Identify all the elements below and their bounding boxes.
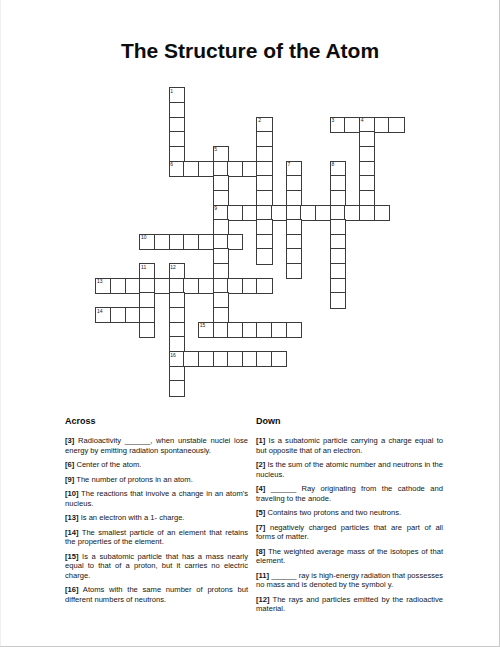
clue-number: 13 [97,278,103,284]
clue-number: 1 [170,88,173,94]
clue-item: [8] The weighted average mass of the iso… [256,547,443,566]
clue-item: [2] Is the sum of the atomic number and … [256,460,443,479]
down-clue-list: [1] Is a subatomic particle carrying a c… [256,436,443,614]
crossword-grid: 12345678910111213141516 [96,88,404,396]
clue-item: [10] The reactions that involve a change… [65,489,248,508]
clue-number: 16 [170,352,176,358]
clue-item: [12] The rays and particles emitted by t… [256,595,443,614]
clue-item: [13] Is an electron with a 1- charge. [65,513,248,523]
clue-number: 4 [361,117,364,123]
clue-item: [6] Center of the atom. [65,460,248,470]
clue-item: [15] Is a subatomic particle that has a … [65,552,248,581]
grid-cell[interactable] [227,234,243,250]
clue-number: 15 [200,322,206,328]
clue-item: [9] The number of protons in an atom. [65,475,248,485]
across-clues-section: Across [3] Radioactivity ______, when un… [65,416,248,609]
grid-cell[interactable] [169,380,185,396]
across-header: Across [65,416,248,426]
clue-number: 6 [170,161,173,167]
page-title: The Structure of the Atom [0,39,500,63]
clue-item: [16] Atoms with the same number of proto… [65,585,248,604]
down-clues-section: Down [1] Is a subatomic particle carryin… [256,416,443,619]
grid-cell[interactable] [271,351,287,367]
grid-cell[interactable] [256,278,272,294]
clue-item: [14] The smallest particle of an element… [65,528,248,547]
clue-number: 7 [288,161,291,167]
clue-item: [11] ______ ray is high-energy radiation… [256,571,443,590]
crossword-page: { "page": { "title": "The Structure of t… [0,0,500,647]
clue-item: [7] negatively charged particles that ar… [256,523,443,542]
clue-number: 14 [97,308,103,314]
clue-number: 12 [170,264,176,270]
clue-number: 10 [141,234,147,240]
grid-cell[interactable] [286,263,302,279]
grid-cell[interactable] [286,322,302,338]
clue-number: 3 [332,117,335,123]
clue-number: 5 [214,146,217,152]
grid-cell[interactable] [374,205,390,221]
clue-item: [1] Is a subatomic particle carrying a c… [256,436,443,455]
grid-cell[interactable] [388,117,404,133]
clue-item: [4] ______ Ray originating from the cath… [256,484,443,503]
grid-cell[interactable] [330,292,346,308]
clue-item: [5] Contains two protons and two neutron… [256,508,443,518]
clue-number: 2 [258,117,261,123]
down-header: Down [256,416,443,426]
grid-cell[interactable] [139,322,155,338]
grid-cell[interactable] [256,248,272,264]
clue-item: [3] Radioactivity ______, when unstable … [65,436,248,455]
clue-number: 11 [141,264,146,270]
clue-number: 9 [214,205,217,211]
across-clue-list: [3] Radioactivity ______, when unstable … [65,436,248,604]
clue-number: 8 [332,161,335,167]
